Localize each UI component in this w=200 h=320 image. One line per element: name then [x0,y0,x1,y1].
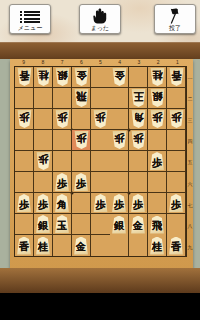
square-9八[interactable] [15,214,34,235]
piece-sente[interactable]: 歩 [131,194,146,212]
piece-sente[interactable]: 角 [55,194,70,212]
rank-label: 五 [187,152,193,173]
rank-label: 三 [187,109,193,130]
file-label-5: 5 [91,59,110,66]
piece-gote[interactable]: 香 [17,68,32,86]
rank-label: 八 [187,216,193,237]
square-2八[interactable]: 飛 [148,214,167,235]
square-6九[interactable]: 金 [72,235,91,256]
square-1三[interactable]: 歩 [167,109,186,130]
file-label-7: 7 [52,59,71,66]
square-8九[interactable]: 桂 [34,235,53,256]
piece-gote[interactable]: 歩 [150,110,165,128]
square-6一[interactable]: 金 [72,67,91,88]
piece-sente[interactable]: 銀 [36,215,51,233]
square-9五[interactable] [15,151,34,172]
square-1六[interactable] [167,172,186,193]
square-5九[interactable] [91,235,110,256]
menu-list-icon [20,9,40,24]
piece-gote[interactable]: 歩 [74,131,89,149]
square-5八[interactable] [91,214,110,235]
square-2九[interactable]: 桂 [148,235,167,256]
rank-label: 一 [187,67,193,88]
square-4一[interactable]: 金 [110,67,129,88]
piece-sente[interactable]: 香 [169,237,184,255]
undo-matta-button[interactable]: まった [79,4,121,34]
piece-sente[interactable]: 歩 [74,173,89,191]
square-9一[interactable]: 香 [15,67,34,88]
piece-gote[interactable]: 歩 [93,110,108,128]
piece-gote[interactable]: 桂 [36,68,51,86]
rank-label: 四 [187,131,193,152]
square-8八[interactable]: 銀 [34,214,53,235]
square-5四[interactable] [91,130,110,151]
piece-sente[interactable]: 香 [17,237,32,255]
piece-gote[interactable]: 歩 [55,110,70,128]
square-5五[interactable] [91,151,110,172]
file-label-4: 4 [110,59,129,66]
square-8一[interactable]: 桂 [34,67,53,88]
resign-button[interactable]: 投了 [154,4,196,34]
piece-sente[interactable]: 歩 [93,194,108,212]
square-3二[interactable]: 王 [129,88,148,109]
square-2二[interactable]: 銀 [148,88,167,109]
square-3四[interactable]: 歩 [129,130,148,151]
piece-sente[interactable]: 桂 [36,237,51,255]
file-number-labels: 987654321 [14,59,187,66]
square-1七[interactable]: 歩 [167,193,186,214]
square-3五[interactable] [129,151,148,172]
square-1九[interactable]: 香 [167,235,186,256]
sente-captured-pieces-tray [0,268,200,293]
piece-sente[interactable]: 歩 [169,194,184,212]
file-label-2: 2 [149,59,168,66]
resign-button-label: 投了 [169,25,181,32]
piece-sente[interactable]: 歩 [17,194,32,212]
square-5七[interactable]: 歩 [91,193,110,214]
square-7五[interactable] [53,151,72,172]
square-2一[interactable]: 桂 [148,67,167,88]
menu-button-label: メニュー [18,25,42,32]
piece-gote[interactable]: 歩 [169,110,184,128]
square-6八[interactable] [72,214,91,235]
square-4五[interactable] [110,151,129,172]
square-5二[interactable] [91,88,110,109]
piece-sente[interactable]: 金 [131,216,146,234]
square-9二[interactable] [15,88,34,109]
square-1二[interactable] [167,88,186,109]
square-9四[interactable] [15,130,34,151]
square-8四[interactable] [34,130,53,151]
square-3九[interactable] [129,235,148,256]
piece-gote[interactable]: 銀 [150,89,165,107]
square-5一[interactable] [91,67,110,88]
piece-sente[interactable]: 玉 [55,215,70,233]
square-8五[interactable]: 歩 [34,151,53,172]
piece-sente[interactable]: 歩 [36,194,51,212]
square-3八[interactable]: 金 [129,214,148,235]
square-6二[interactable]: 飛 [72,88,91,109]
square-1五[interactable] [167,151,186,172]
gote-captured-pieces-tray [0,42,200,59]
square-4七[interactable]: 歩 [110,193,129,214]
piece-sente[interactable]: 歩 [112,194,127,212]
file-label-3: 3 [129,59,148,66]
flag-icon [166,7,184,25]
piece-sente[interactable]: 金 [74,237,89,255]
square-5六[interactable] [91,172,110,193]
square-9七[interactable]: 歩 [15,193,34,214]
square-6六[interactable]: 歩 [72,172,91,193]
piece-gote[interactable]: 歩 [112,131,127,149]
piece-gote[interactable]: 桂 [150,68,165,86]
square-7四[interactable] [53,130,72,151]
square-4六[interactable] [110,172,129,193]
square-7八[interactable]: 玉 [53,214,72,235]
piece-sente[interactable]: 歩 [55,173,70,191]
rank-kanji-labels: 一二三四五六七八九 [187,67,193,258]
square-7一[interactable]: 銀 [53,67,72,88]
square-6三[interactable] [72,109,91,130]
square-9九[interactable]: 香 [15,235,34,256]
piece-gote[interactable]: 歩 [131,131,146,149]
square-2七[interactable] [148,193,167,214]
square-8七[interactable]: 歩 [34,193,53,214]
square-4九[interactable] [110,235,129,256]
piece-gote[interactable]: 王 [131,89,146,107]
file-label-1: 1 [168,59,187,66]
square-2三[interactable]: 歩 [148,109,167,130]
hand-icon [91,7,109,25]
piece-sente[interactable]: 銀 [112,216,127,234]
square-1一[interactable]: 香 [167,67,186,88]
square-5三[interactable]: 歩 [91,109,110,130]
square-4三[interactable] [110,109,129,130]
square-4二[interactable] [110,88,129,109]
board-grid: 香桂銀金金桂香飛王銀歩歩歩角歩歩歩歩歩歩歩歩歩歩歩角歩歩歩歩銀玉銀金飛香桂金桂香 [14,66,187,257]
square-1四[interactable] [167,130,186,151]
file-label-9: 9 [14,59,33,66]
square-2五[interactable]: 歩 [148,151,167,172]
square-8六[interactable] [34,172,53,193]
shogi-board: 987654321 香桂銀金金桂香飛王銀歩歩歩角歩歩歩歩歩歩歩歩歩歩歩角歩歩歩歩… [10,59,193,269]
square-3七[interactable]: 歩 [129,193,148,214]
rank-label: 七 [187,194,193,215]
square-7三[interactable]: 歩 [53,109,72,130]
square-4四[interactable]: 歩 [110,130,129,151]
piece-gote[interactable]: 角 [131,110,146,128]
piece-gote[interactable]: 飛 [74,89,89,107]
square-6七[interactable] [72,193,91,214]
file-label-8: 8 [33,59,52,66]
square-7七[interactable]: 角 [53,193,72,214]
square-6四[interactable]: 歩 [72,130,91,151]
piece-gote[interactable]: 金 [112,68,127,86]
file-label-6: 6 [72,59,91,66]
piece-gote[interactable]: 歩 [17,110,32,128]
square-9六[interactable] [15,172,34,193]
rank-label: 二 [187,88,193,109]
piece-sente[interactable]: 桂 [150,237,165,255]
square-2四[interactable] [148,130,167,151]
rank-label: 九 [187,237,193,258]
square-3一[interactable] [129,67,148,88]
square-8二[interactable] [34,88,53,109]
undo-matta-label: まった [91,25,109,32]
rank-label: 六 [187,173,193,194]
piece-gote[interactable]: 香 [169,68,184,86]
piece-gote[interactable]: 歩 [36,152,51,170]
square-4八[interactable]: 銀 [110,214,129,235]
piece-gote[interactable]: 銀 [55,68,70,86]
square-2六[interactable] [148,172,167,193]
square-7二[interactable] [53,88,72,109]
square-3六[interactable] [129,172,148,193]
menu-button[interactable]: メニュー [9,4,51,34]
square-3三[interactable]: 角 [129,109,148,130]
square-7九[interactable] [53,235,72,256]
square-1八[interactable] [167,214,186,235]
piece-sente[interactable]: 飛 [150,216,165,234]
square-6五[interactable] [72,151,91,172]
piece-gote[interactable]: 金 [74,68,89,86]
square-7六[interactable]: 歩 [53,172,72,193]
piece-sente[interactable]: 歩 [150,152,165,170]
square-8三[interactable] [34,109,53,130]
square-9三[interactable]: 歩 [15,109,34,130]
